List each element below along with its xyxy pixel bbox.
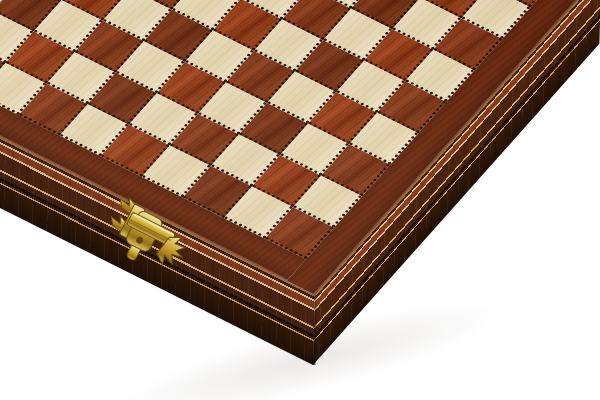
chess-case-photo bbox=[0, 0, 600, 400]
